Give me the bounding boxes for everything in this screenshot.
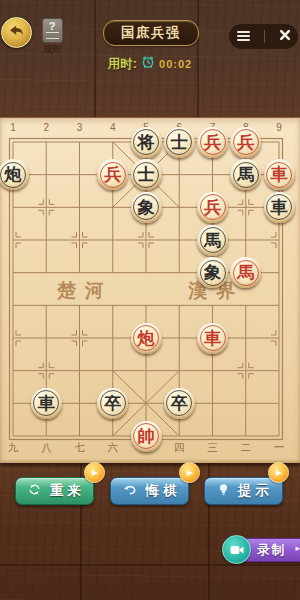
hint-label: 提示 [234,482,273,500]
restart-button[interactable]: 重来 [15,477,94,505]
time-value: 00:02 [159,58,192,70]
piece-black-soldier[interactable]: 卒 [97,388,128,419]
hint-button[interactable]: 提示 [204,477,283,505]
piece-glyph: 兵 [104,166,121,183]
piece-glyph: 車 [38,395,55,412]
file-label-top-3: 3 [72,122,88,133]
header-menu [229,24,298,49]
piece-glyph: 車 [204,330,221,347]
piece-glyph: 帥 [138,428,155,445]
record-label: 录制 [257,542,286,559]
play-icon: ▶ [276,468,282,477]
piece-glyph: 象 [138,199,155,216]
piece-glyph: 兵 [237,134,254,151]
piece-black-chariot[interactable]: 車 [31,388,62,419]
piece-black-advisor[interactable]: 士 [164,127,195,158]
play-icon: ▶ [92,468,98,477]
piece-black-general[interactable]: 将 [131,127,162,158]
piece-glyph: 卒 [104,395,121,412]
undo-label: 悔棋 [142,482,181,500]
menu-divider [264,30,265,43]
piece-glyph: 象 [204,264,221,281]
piece-glyph: 炮 [138,330,155,347]
file-label-top-4: 4 [105,122,121,133]
piece-black-chariot[interactable]: 車 [264,192,295,223]
wood-seam [0,564,300,566]
piece-red-soldier[interactable]: 兵 [197,127,228,158]
play-icon: ▶ [187,468,193,477]
piece-glyph: 兵 [204,134,221,151]
rules-book-icon: ? [42,18,63,43]
file-label-top-2: 2 [38,122,54,133]
piece-black-cannon[interactable]: 炮 [0,159,29,190]
undo-button[interactable]: 悔棋 [110,477,189,505]
file-label-bottom-6: 四 [171,441,187,455]
file-label-bottom-9: 一 [271,441,287,455]
piece-black-advisor[interactable]: 士 [131,159,162,190]
file-label-bottom-2: 八 [38,441,54,455]
restart-video-badge[interactable]: ▶ [84,462,105,483]
file-label-bottom-7: 三 [205,441,221,455]
file-label-bottom-3: 七 [72,441,88,455]
file-label-top-1: 1 [5,122,21,133]
back-arrow-icon [8,23,25,42]
piece-glyph: 車 [271,199,288,216]
elapsed-time: 用时: 00:02 [0,55,300,73]
alarm-clock-icon [141,55,155,73]
piece-glyph: 馬 [204,232,221,249]
video-camera-icon [222,535,251,564]
piece-black-elephant[interactable]: 象 [197,257,228,288]
piece-glyph: 将 [138,134,155,151]
piece-glyph: 炮 [5,166,22,183]
piece-red-cannon[interactable]: 炮 [131,323,162,354]
menu-icon[interactable] [236,28,251,46]
piece-glyph: 馬 [237,166,254,183]
time-label: 用时: [108,56,137,73]
file-label-bottom-8: 二 [238,441,254,455]
file-label-bottom-1: 九 [5,441,21,455]
piece-red-chariot[interactable]: 車 [264,159,295,190]
piece-black-horse[interactable]: 馬 [197,225,228,256]
piece-red-soldier[interactable]: 兵 [230,127,261,158]
close-icon[interactable] [278,28,292,46]
piece-black-soldier[interactable]: 卒 [164,388,195,419]
xiangqi-app: ? 规则 国庶兵强 用时: 00:02 楚河 漢界 123456789九八七六五 [0,0,300,600]
file-label-bottom-4: 六 [105,441,121,455]
file-label-top-9: 9 [271,122,287,133]
piece-glyph: 車 [271,166,288,183]
restart-label: 重来 [46,482,85,500]
back-button[interactable] [1,17,32,48]
river-label-left: 楚河 [57,278,113,304]
piece-glyph: 馬 [237,264,254,281]
piece-black-elephant[interactable]: 象 [131,192,162,223]
piece-glyph: 士 [171,134,188,151]
hint-video-badge[interactable]: ▶ [268,462,289,483]
xiangqi-board[interactable]: 楚河 漢界 123456789九八七六五四三二一 将士兵兵炮兵士馬車象兵車馬象馬… [0,118,300,463]
piece-glyph: 士 [138,166,155,183]
lightbulb-icon [214,483,229,499]
piece-red-soldier[interactable]: 兵 [197,192,228,223]
piece-red-general[interactable]: 帥 [131,421,162,452]
record-button[interactable]: 录制 ▸ [222,534,300,564]
refresh-icon [24,483,41,499]
chevron-right-icon: ▸ [295,543,300,553]
undo-arrow-icon [119,484,137,499]
undo-video-badge[interactable]: ▶ [179,462,200,483]
piece-red-chariot[interactable]: 車 [197,323,228,354]
piece-glyph: 兵 [204,199,221,216]
rules-button[interactable]: ? 规则 [39,18,65,56]
piece-glyph: 卒 [171,395,188,412]
puzzle-title: 国庶兵强 [103,20,199,46]
